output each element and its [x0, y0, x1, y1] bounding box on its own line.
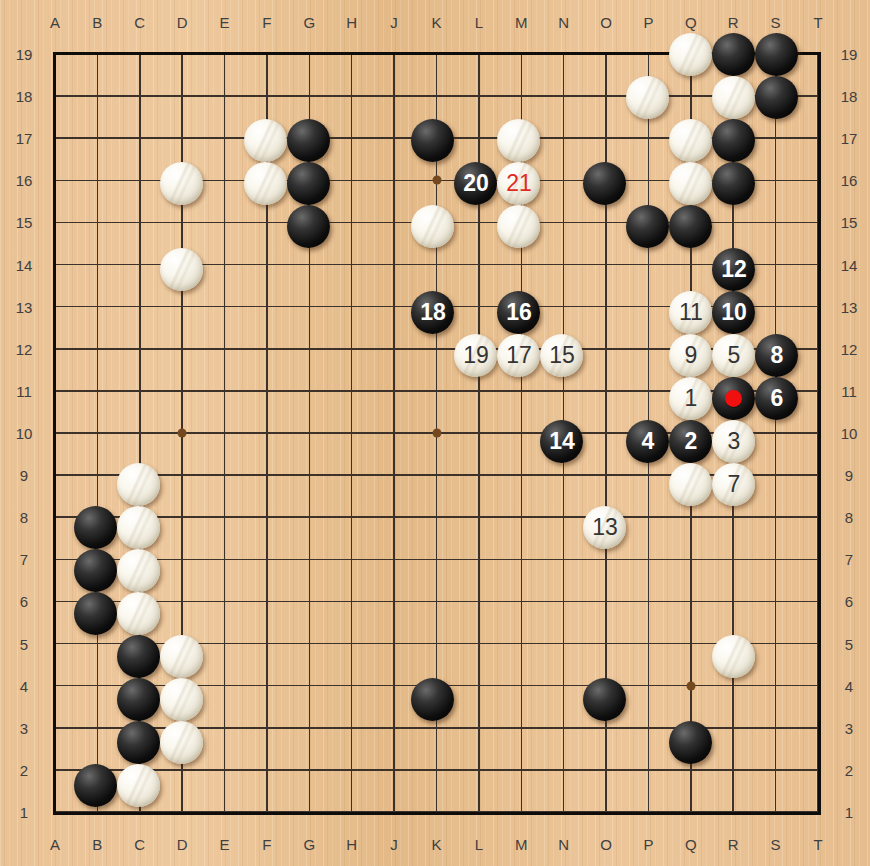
move-number: 20: [463, 172, 489, 195]
coord-label-right-1: 1: [845, 805, 853, 820]
coord-label-right-2: 2: [845, 762, 853, 777]
stone-white-M16[interactable]: 21: [497, 162, 540, 205]
coord-label-right-8: 8: [845, 510, 853, 525]
coord-label-bottom-O: O: [600, 837, 612, 852]
stone-white-D5[interactable]: [160, 635, 203, 678]
move-number: 9: [685, 344, 698, 367]
stone-white-R12[interactable]: 5: [712, 334, 755, 377]
stone-black-C4[interactable]: [117, 678, 160, 721]
coord-label-bottom-E: E: [220, 837, 230, 852]
coord-label-left-12: 12: [16, 341, 33, 356]
move-number: 3: [728, 430, 741, 453]
coord-label-left-7: 7: [20, 552, 28, 567]
stone-white-Q13[interactable]: 11: [669, 291, 712, 334]
stone-black-R17[interactable]: [712, 119, 755, 162]
stone-black-S12[interactable]: 8: [755, 334, 798, 377]
stone-white-P18[interactable]: [626, 76, 669, 119]
stone-black-B7[interactable]: [74, 549, 117, 592]
stone-white-D14[interactable]: [160, 248, 203, 291]
coord-label-top-B: B: [92, 15, 102, 30]
coord-label-top-N: N: [558, 15, 569, 30]
stone-white-R10[interactable]: 3: [712, 420, 755, 463]
coord-label-left-11: 11: [16, 383, 32, 398]
coord-label-right-5: 5: [845, 636, 853, 651]
stone-black-P10[interactable]: 4: [626, 420, 669, 463]
coord-label-top-S: S: [771, 15, 781, 30]
stone-black-S18[interactable]: [755, 76, 798, 119]
stone-white-K15[interactable]: [411, 205, 454, 248]
stone-black-Q3[interactable]: [669, 721, 712, 764]
coord-label-bottom-H: H: [346, 837, 357, 852]
stone-black-G16[interactable]: [287, 162, 330, 205]
stone-white-C2[interactable]: [117, 764, 160, 807]
stone-black-Q10[interactable]: 2: [669, 420, 712, 463]
stone-white-Q11[interactable]: 1: [669, 377, 712, 420]
coord-label-top-R: R: [728, 15, 739, 30]
move-number: 8: [771, 344, 784, 367]
coord-label-right-3: 3: [845, 720, 853, 735]
stone-white-M15[interactable]: [497, 205, 540, 248]
stone-white-M17[interactable]: [497, 119, 540, 162]
coord-label-left-3: 3: [20, 720, 28, 735]
coord-label-bottom-J: J: [390, 837, 398, 852]
coord-label-right-4: 4: [845, 678, 853, 693]
coord-label-right-18: 18: [841, 89, 858, 104]
stone-black-S19[interactable]: [755, 33, 798, 76]
stone-white-F16[interactable]: [244, 162, 287, 205]
stone-black-K17[interactable]: [411, 119, 454, 162]
coord-label-right-13: 13: [841, 299, 858, 314]
stone-white-Q16[interactable]: [669, 162, 712, 205]
coord-label-right-14: 14: [841, 257, 858, 272]
coord-label-left-19: 19: [16, 47, 33, 62]
coord-label-bottom-M: M: [515, 837, 528, 852]
stone-black-R16[interactable]: [712, 162, 755, 205]
go-board[interactable]: AABBCCDDEEFFGGHHJJKKLLMMNNOOPPQQRRSSTT19…: [0, 0, 870, 866]
coord-label-right-15: 15: [841, 215, 858, 230]
coord-label-top-M: M: [515, 15, 528, 30]
coord-label-bottom-S: S: [771, 837, 781, 852]
move-number: 11: [679, 301, 703, 324]
move-number: 21: [506, 172, 532, 195]
coord-label-top-F: F: [262, 15, 271, 30]
stone-white-Q12[interactable]: 9: [669, 334, 712, 377]
coord-label-top-D: D: [177, 15, 188, 30]
coord-label-left-17: 17: [16, 131, 33, 146]
stone-white-Q9[interactable]: [669, 463, 712, 506]
stone-black-K13[interactable]: 18: [411, 291, 454, 334]
coord-label-right-19: 19: [841, 47, 858, 62]
coord-label-top-P: P: [643, 15, 653, 30]
stone-black-Q15[interactable]: [669, 205, 712, 248]
move-number: 18: [420, 301, 446, 324]
coord-label-bottom-T: T: [813, 837, 822, 852]
coord-label-top-C: C: [134, 15, 145, 30]
coord-label-bottom-Q: Q: [685, 837, 697, 852]
stone-black-L16[interactable]: 20: [454, 162, 497, 205]
stone-white-C9[interactable]: [117, 463, 160, 506]
move-number: 4: [642, 430, 655, 453]
coord-label-bottom-B: B: [92, 837, 102, 852]
coord-label-top-Q: Q: [685, 15, 697, 30]
coord-label-right-6: 6: [845, 594, 853, 609]
stone-black-B6[interactable]: [74, 592, 117, 635]
stone-white-O8[interactable]: 13: [583, 506, 626, 549]
move-number: 16: [506, 301, 532, 324]
coord-label-left-16: 16: [16, 173, 33, 188]
coord-label-right-10: 10: [841, 426, 858, 441]
coord-label-left-9: 9: [20, 468, 28, 483]
coord-label-left-1: 1: [20, 805, 28, 820]
stone-white-C6[interactable]: [117, 592, 160, 635]
stone-white-R9[interactable]: 7: [712, 463, 755, 506]
coord-label-right-7: 7: [845, 552, 853, 567]
coord-label-bottom-K: K: [431, 837, 441, 852]
coord-label-top-G: G: [303, 15, 315, 30]
coord-label-bottom-L: L: [475, 837, 483, 852]
red-dot-marker: [725, 390, 742, 407]
stone-white-C7[interactable]: [117, 549, 160, 592]
move-number: 17: [506, 344, 532, 367]
move-number: 7: [728, 473, 741, 496]
coord-label-top-E: E: [220, 15, 230, 30]
stone-black-G17[interactable]: [287, 119, 330, 162]
coord-label-right-17: 17: [841, 131, 858, 146]
coord-label-left-8: 8: [20, 510, 28, 525]
coord-label-right-11: 11: [841, 383, 857, 398]
stone-black-B2[interactable]: [74, 764, 117, 807]
stone-white-D16[interactable]: [160, 162, 203, 205]
coord-label-bottom-G: G: [303, 837, 315, 852]
coord-label-top-L: L: [475, 15, 483, 30]
coord-label-bottom-P: P: [643, 837, 653, 852]
move-number: 1: [685, 387, 698, 410]
coord-label-left-18: 18: [16, 89, 33, 104]
stone-white-L12[interactable]: 19: [454, 334, 497, 377]
stone-white-Q19[interactable]: [669, 33, 712, 76]
coord-label-left-4: 4: [20, 678, 28, 693]
stone-black-R11[interactable]: [712, 377, 755, 420]
coord-label-right-12: 12: [841, 341, 858, 356]
coord-label-top-T: T: [813, 15, 822, 30]
coord-label-bottom-C: C: [134, 837, 145, 852]
move-number: 19: [463, 344, 489, 367]
stone-white-M12[interactable]: 17: [497, 334, 540, 377]
stone-white-R18[interactable]: [712, 76, 755, 119]
coord-label-top-H: H: [346, 15, 357, 30]
coord-label-bottom-D: D: [177, 837, 188, 852]
stone-white-R5[interactable]: [712, 635, 755, 678]
stone-black-B8[interactable]: [74, 506, 117, 549]
stone-black-R14[interactable]: 12: [712, 248, 755, 291]
coord-label-top-J: J: [390, 15, 398, 30]
coord-label-bottom-R: R: [728, 837, 739, 852]
coord-label-left-14: 14: [16, 257, 33, 272]
coord-label-bottom-N: N: [558, 837, 569, 852]
stone-black-R19[interactable]: [712, 33, 755, 76]
coord-label-left-13: 13: [16, 299, 33, 314]
coord-label-top-O: O: [600, 15, 612, 30]
stone-white-C8[interactable]: [117, 506, 160, 549]
stone-white-D3[interactable]: [160, 721, 203, 764]
stone-black-M13[interactable]: 16: [497, 291, 540, 334]
move-number: 6: [771, 387, 784, 410]
coord-label-left-15: 15: [16, 215, 33, 230]
coord-label-left-6: 6: [20, 594, 28, 609]
coord-label-right-16: 16: [841, 173, 858, 188]
move-number: 14: [549, 430, 575, 453]
stone-black-C5[interactable]: [117, 635, 160, 678]
move-number: 13: [592, 516, 618, 539]
coord-label-left-2: 2: [20, 762, 28, 777]
coord-label-right-9: 9: [845, 468, 853, 483]
coord-label-top-A: A: [50, 15, 60, 30]
coord-label-left-10: 10: [16, 426, 33, 441]
move-number: 12: [721, 258, 747, 281]
coord-label-bottom-A: A: [50, 837, 60, 852]
stone-black-G15[interactable]: [287, 205, 330, 248]
stone-black-N10[interactable]: 14: [540, 420, 583, 463]
stone-white-D4[interactable]: [160, 678, 203, 721]
move-number: 5: [728, 344, 741, 367]
stone-black-S11[interactable]: 6: [755, 377, 798, 420]
move-number: 2: [685, 430, 698, 453]
stone-white-F17[interactable]: [244, 119, 287, 162]
coord-label-top-K: K: [431, 15, 441, 30]
coord-label-bottom-F: F: [262, 837, 271, 852]
stone-grid: 202112181611101917159581614423713: [34, 33, 839, 833]
stone-white-Q17[interactable]: [669, 119, 712, 162]
move-number: 10: [721, 301, 747, 324]
stone-black-C3[interactable]: [117, 721, 160, 764]
stone-black-R13[interactable]: 10: [712, 291, 755, 334]
move-number: 15: [549, 344, 575, 367]
stone-black-P15[interactable]: [626, 205, 669, 248]
coord-label-left-5: 5: [20, 636, 28, 651]
stone-white-N12[interactable]: 15: [540, 334, 583, 377]
stone-black-O4[interactable]: [583, 678, 626, 721]
stone-black-K4[interactable]: [411, 678, 454, 721]
stone-black-O16[interactable]: [583, 162, 626, 205]
